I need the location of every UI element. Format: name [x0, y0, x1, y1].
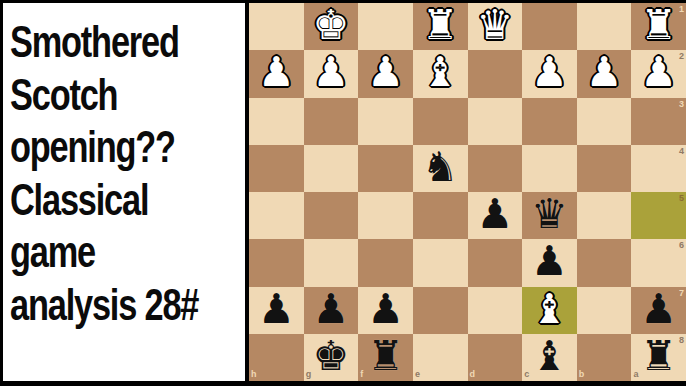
black-knight-icon: ♞ [422, 147, 459, 188]
square-c5[interactable]: ♛ [522, 192, 577, 239]
white-pawn-icon: ♟ [313, 52, 350, 93]
black-pawn-icon: ♟ [367, 289, 404, 330]
square-c8[interactable]: ♝c [522, 334, 577, 381]
square-g8[interactable]: ♚g [304, 334, 359, 381]
white-rook-icon: ♜ [640, 5, 677, 46]
square-d1[interactable]: ♛ [468, 3, 523, 50]
square-g1[interactable]: ♚ [304, 3, 359, 50]
rank-label-7: 7 [679, 289, 684, 298]
square-g4[interactable] [304, 145, 359, 192]
black-rook-icon: ♜ [640, 336, 677, 377]
square-g6[interactable] [304, 239, 359, 286]
square-b5[interactable] [577, 192, 632, 239]
square-e6[interactable] [413, 239, 468, 286]
square-f8[interactable]: ♜f [358, 334, 413, 381]
black-pawn-icon: ♟ [313, 289, 350, 330]
square-h7[interactable]: ♟ [249, 287, 304, 334]
thumbnail: Smothered Scotch opening?? Classical gam… [0, 0, 686, 386]
title-line: Classical [10, 174, 192, 227]
square-f5[interactable] [358, 192, 413, 239]
rank-label-5: 5 [679, 194, 684, 203]
square-c2[interactable]: ♟ [522, 50, 577, 97]
square-e7[interactable] [413, 287, 468, 334]
square-a7[interactable]: ♟7 [631, 287, 686, 334]
white-pawn-icon: ♟ [640, 52, 677, 93]
white-pawn-icon: ♟ [586, 52, 623, 93]
title-line: Scotch [10, 69, 192, 122]
title-panel: Smothered Scotch opening?? Classical gam… [0, 0, 249, 386]
white-king-icon: ♚ [313, 5, 350, 46]
square-a8[interactable]: ♜a8 [631, 334, 686, 381]
square-f6[interactable] [358, 239, 413, 286]
black-pawn-icon: ♟ [476, 194, 513, 235]
square-e5[interactable] [413, 192, 468, 239]
square-e2[interactable]: ♝ [413, 50, 468, 97]
board-area: ♚♜♛♜1♟♟♟♝♟♟♟23♞4♟♛5♟6♟♟♟♝♟7h♚g♜fed♝cb♜a8 [249, 0, 686, 386]
square-b1[interactable] [577, 3, 632, 50]
square-e1[interactable]: ♜ [413, 3, 468, 50]
square-a6[interactable]: 6 [631, 239, 686, 286]
square-c7[interactable]: ♝ [522, 287, 577, 334]
white-bishop-icon: ♝ [531, 289, 568, 330]
black-pawn-icon: ♟ [258, 289, 295, 330]
black-queen-icon: ♛ [531, 194, 568, 235]
title-line: analysis 28# [10, 279, 192, 332]
square-d7[interactable] [468, 287, 523, 334]
square-a5[interactable]: 5 [631, 192, 686, 239]
black-king-icon: ♚ [313, 336, 350, 377]
square-b2[interactable]: ♟ [577, 50, 632, 97]
square-g5[interactable] [304, 192, 359, 239]
square-g2[interactable]: ♟ [304, 50, 359, 97]
square-f1[interactable] [358, 3, 413, 50]
file-label-f: f [360, 370, 363, 379]
square-h1[interactable] [249, 3, 304, 50]
file-label-b: b [579, 370, 585, 379]
square-b4[interactable] [577, 145, 632, 192]
file-label-g: g [306, 370, 312, 379]
white-bishop-icon: ♝ [422, 52, 459, 93]
square-h4[interactable] [249, 145, 304, 192]
square-c6[interactable]: ♟ [522, 239, 577, 286]
square-b7[interactable] [577, 287, 632, 334]
square-d8[interactable]: d [468, 334, 523, 381]
rank-label-8: 8 [679, 336, 684, 345]
white-rook-icon: ♜ [422, 5, 459, 46]
square-c1[interactable] [522, 3, 577, 50]
square-f4[interactable] [358, 145, 413, 192]
square-b8[interactable]: b [577, 334, 632, 381]
black-rook-icon: ♜ [367, 336, 404, 377]
black-bishop-icon: ♝ [531, 336, 568, 377]
square-b3[interactable] [577, 98, 632, 145]
square-g7[interactable]: ♟ [304, 287, 359, 334]
square-c4[interactable] [522, 145, 577, 192]
square-c3[interactable] [522, 98, 577, 145]
square-h8[interactable]: h [249, 334, 304, 381]
square-d6[interactable] [468, 239, 523, 286]
white-queen-icon: ♛ [476, 5, 513, 46]
file-label-c: c [524, 370, 529, 379]
white-pawn-icon: ♟ [531, 52, 568, 93]
square-e4[interactable]: ♞ [413, 145, 468, 192]
square-h3[interactable] [249, 98, 304, 145]
square-f2[interactable]: ♟ [358, 50, 413, 97]
rank-label-6: 6 [679, 241, 684, 250]
white-pawn-icon: ♟ [367, 52, 404, 93]
file-label-e: e [415, 370, 420, 379]
square-g3[interactable] [304, 98, 359, 145]
square-e8[interactable]: e [413, 334, 468, 381]
chess-board: ♚♜♛♜1♟♟♟♝♟♟♟23♞4♟♛5♟6♟♟♟♝♟7h♚g♜fed♝cb♜a8 [249, 3, 686, 381]
square-h2[interactable]: ♟ [249, 50, 304, 97]
white-pawn-icon: ♟ [258, 52, 295, 93]
title-line: opening?? [10, 121, 192, 174]
square-f7[interactable]: ♟ [358, 287, 413, 334]
square-a4[interactable]: 4 [631, 145, 686, 192]
square-a3[interactable]: 3 [631, 98, 686, 145]
square-h5[interactable] [249, 192, 304, 239]
rank-label-1: 1 [679, 5, 684, 14]
file-label-h: h [251, 370, 257, 379]
square-d3[interactable] [468, 98, 523, 145]
title-line: game [10, 226, 192, 279]
black-pawn-icon: ♟ [640, 289, 677, 330]
square-a2[interactable]: ♟2 [631, 50, 686, 97]
square-b6[interactable] [577, 239, 632, 286]
rank-label-2: 2 [679, 52, 684, 61]
square-a1[interactable]: ♜1 [631, 3, 686, 50]
rank-label-4: 4 [679, 147, 684, 156]
square-d5[interactable]: ♟ [468, 192, 523, 239]
square-d2[interactable] [468, 50, 523, 97]
square-f3[interactable] [358, 98, 413, 145]
square-d4[interactable] [468, 145, 523, 192]
file-label-d: d [470, 370, 476, 379]
square-e3[interactable] [413, 98, 468, 145]
file-label-a: a [633, 370, 638, 379]
black-pawn-icon: ♟ [531, 241, 568, 282]
square-h6[interactable] [249, 239, 304, 286]
title-line: Smothered [10, 16, 192, 69]
rank-label-3: 3 [679, 100, 684, 109]
